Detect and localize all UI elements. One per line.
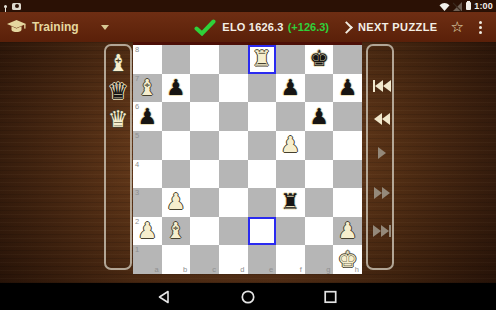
wifi-icon (439, 2, 450, 11)
white-bishop-b2: ♝ (166, 220, 186, 242)
white-pawn-b3: ♟ (166, 191, 186, 213)
favorite-star-icon[interactable]: ☆ (451, 20, 464, 35)
chess-board: 8♜♚♝7♟♟♟♟6♟5♟43♟♜♟2♝♟1abcdefg♚h (133, 42, 362, 274)
square-a6[interactable]: ♟6 (133, 102, 162, 131)
square-g8[interactable]: ♚ (305, 45, 334, 74)
rank-label-5: 5 (135, 131, 139, 140)
skip-to-end-button (368, 223, 396, 239)
black-pawn-b7: ♟ (166, 77, 186, 99)
square-g5[interactable] (305, 131, 334, 160)
white-pawn-h2: ♟ (338, 220, 358, 242)
file-label-d: d (240, 265, 244, 274)
square-g2[interactable] (305, 217, 334, 246)
rank-label-8: 8 (135, 45, 139, 54)
square-d1[interactable]: d (219, 245, 248, 274)
square-c3[interactable] (190, 188, 219, 217)
captured-white-queen: ♛ (108, 107, 129, 132)
square-c6[interactable] (190, 102, 219, 131)
square-e5[interactable] (248, 131, 277, 160)
home-button-icon[interactable] (241, 290, 255, 304)
wood-background: ♝♛♛ 8♜♚♝7♟♟♟♟6♟5♟43♟♜♟2♝♟1abcdefg♚h (0, 42, 496, 283)
file-label-b: b (183, 265, 187, 274)
square-b7[interactable]: ♟ (162, 74, 191, 103)
green-check-icon (194, 19, 216, 36)
captured-white-bishop: ♝ (108, 51, 129, 76)
black-king-g8: ♚ (309, 48, 329, 70)
file-label-f: f (300, 265, 302, 274)
square-h6[interactable] (333, 102, 362, 131)
square-e8[interactable]: ♜ (248, 45, 277, 74)
black-pawn-h7: ♟ (338, 77, 358, 99)
signal-icon (453, 2, 462, 11)
status-left-icons (4, 0, 21, 12)
square-d4[interactable] (219, 160, 248, 189)
square-b4[interactable] (162, 160, 191, 189)
square-g6[interactable]: ♟ (305, 102, 334, 131)
square-f1[interactable]: f (276, 245, 305, 274)
square-b1[interactable]: b (162, 245, 191, 274)
square-a3[interactable]: 3 (133, 188, 162, 217)
square-h4[interactable] (333, 160, 362, 189)
white-pawn-f5: ♟ (281, 134, 301, 156)
status-right-icons: 1:00 (439, 0, 493, 12)
file-label-a: a (154, 265, 158, 274)
next-puzzle-button[interactable]: NEXT PUZZLE (358, 21, 438, 33)
square-f6[interactable] (276, 102, 305, 131)
square-g7[interactable] (305, 74, 334, 103)
file-label-c: c (212, 265, 216, 274)
square-c1[interactable]: c (190, 245, 219, 274)
play-button (368, 145, 396, 161)
square-e6[interactable] (248, 102, 277, 131)
square-h5[interactable] (333, 131, 362, 160)
square-c7[interactable] (190, 74, 219, 103)
square-f7[interactable]: ♟ (276, 74, 305, 103)
square-h1[interactable]: ♚h (333, 245, 362, 274)
square-d8[interactable] (219, 45, 248, 74)
captured-pieces-tray: ♝♛♛ (104, 44, 132, 270)
android-nav-bar (0, 283, 496, 310)
square-b5[interactable] (162, 131, 191, 160)
recents-button-icon[interactable] (324, 290, 337, 304)
square-e1[interactable]: e (248, 245, 277, 274)
square-d7[interactable] (219, 74, 248, 103)
white-pawn-a2: ♟ (137, 220, 157, 242)
pin-icon (4, 5, 7, 8)
square-f5[interactable]: ♟ (276, 131, 305, 160)
square-a7[interactable]: ♝7 (133, 74, 162, 103)
square-b6[interactable] (162, 102, 191, 131)
black-pawn-a6: ♟ (137, 106, 157, 128)
back-button-icon[interactable] (157, 290, 170, 304)
toolbar-right: ELO 1626.3 (+126.3) NEXT PUZZLE ☆ (194, 12, 496, 42)
screenshot-icon (12, 3, 21, 10)
rank-label-1: 1 (135, 245, 139, 254)
square-d5[interactable] (219, 131, 248, 160)
square-a2[interactable]: ♟2 (133, 217, 162, 246)
file-label-h: h (355, 265, 359, 274)
chevron-right-icon (340, 21, 353, 34)
black-pawn-f7: ♟ (281, 77, 301, 99)
square-a8[interactable]: 8 (133, 45, 162, 74)
mode-title: Training (32, 20, 79, 34)
file-label-e: e (269, 265, 273, 274)
rank-label-6: 6 (135, 102, 139, 111)
app-screen: 1:00 Training ELO 1626.3 (+126.3) NEXT P… (0, 0, 496, 310)
rank-label-3: 3 (135, 188, 139, 197)
rank-label-2: 2 (135, 217, 139, 226)
fast-rewind-button[interactable] (368, 111, 396, 127)
square-a1[interactable]: 1a (133, 245, 162, 274)
white-rook-e8: ♜ (252, 48, 272, 70)
rank-label-4: 4 (135, 160, 139, 169)
black-pawn-g6: ♟ (309, 106, 329, 128)
graduation-cap-icon (7, 20, 26, 34)
square-f3[interactable]: ♜ (276, 188, 305, 217)
square-c4[interactable] (190, 160, 219, 189)
square-f2[interactable] (276, 217, 305, 246)
overflow-menu-icon[interactable] (479, 21, 482, 34)
square-f4[interactable] (276, 160, 305, 189)
square-e3[interactable] (248, 188, 277, 217)
fast-forward-button (368, 185, 396, 201)
square-e4[interactable] (248, 160, 277, 189)
square-b8[interactable] (162, 45, 191, 74)
square-d2[interactable] (219, 217, 248, 246)
captured-black-queen: ♛ (108, 79, 129, 104)
square-g3[interactable] (305, 188, 334, 217)
white-bishop-a7: ♝ (137, 77, 157, 99)
square-e2[interactable] (248, 217, 277, 246)
square-c8[interactable] (190, 45, 219, 74)
square-d3[interactable] (219, 188, 248, 217)
square-c2[interactable] (190, 217, 219, 246)
rank-label-7: 7 (135, 74, 139, 83)
square-c5[interactable] (190, 131, 219, 160)
skip-to-start-button[interactable] (368, 78, 396, 94)
square-g4[interactable] (305, 160, 334, 189)
square-g1[interactable]: g (305, 245, 334, 274)
square-h2[interactable]: ♟ (333, 217, 362, 246)
black-rook-f3: ♜ (281, 191, 301, 213)
status-bar: 1:00 (0, 0, 496, 12)
square-e7[interactable] (248, 74, 277, 103)
playback-controls-tray (366, 44, 394, 270)
elo-delta: (+126.3) (288, 21, 329, 33)
square-h8[interactable] (333, 45, 362, 74)
square-h7[interactable]: ♟ (333, 74, 362, 103)
square-b3[interactable]: ♟ (162, 188, 191, 217)
elo-rating: ELO 1626.3 (222, 21, 283, 33)
square-d6[interactable] (219, 102, 248, 131)
square-b2[interactable]: ♝ (162, 217, 191, 246)
square-a5[interactable]: 5 (133, 131, 162, 160)
square-a4[interactable]: 4 (133, 160, 162, 189)
file-label-g: g (326, 265, 330, 274)
square-h3[interactable] (333, 188, 362, 217)
clock-time: 1:00 (474, 1, 493, 11)
mode-dropdown[interactable]: Training (7, 20, 109, 34)
square-f8[interactable] (276, 45, 305, 74)
chevron-down-icon (101, 25, 109, 30)
battery-icon (466, 2, 471, 10)
toolbar: Training ELO 1626.3 (+126.3) NEXT PUZZLE… (0, 12, 496, 42)
